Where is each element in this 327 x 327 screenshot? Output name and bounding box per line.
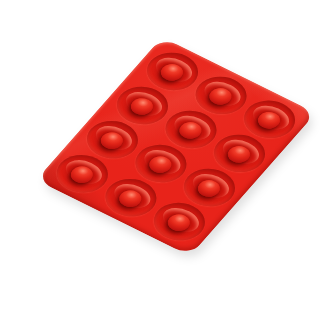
cavity-grid (36, 37, 316, 256)
pan-shadow-wrapper (0, 0, 327, 327)
silicone-donut-pan (36, 37, 316, 256)
product-photo (0, 0, 327, 327)
